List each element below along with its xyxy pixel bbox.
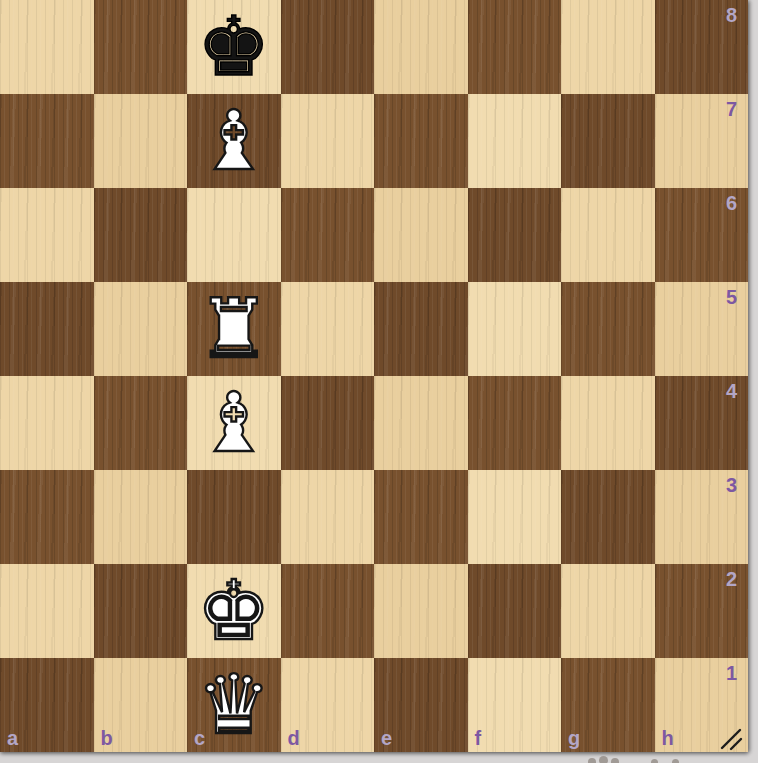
square-d3[interactable] — [281, 470, 375, 564]
piece-white-queen[interactable]: ♛ — [187, 658, 281, 752]
square-f6[interactable] — [468, 188, 562, 282]
square-d2[interactable] — [281, 564, 375, 658]
square-d8[interactable] — [281, 0, 375, 94]
square-c6[interactable] — [187, 188, 281, 282]
file-label-a: a — [7, 728, 18, 748]
rank-label-3: 3 — [726, 475, 737, 495]
file-label-g: g — [568, 728, 580, 748]
square-a5[interactable] — [0, 282, 94, 376]
square-g2[interactable] — [561, 564, 655, 658]
square-d6[interactable] — [281, 188, 375, 282]
board-resize-handle-icon[interactable] — [720, 728, 744, 752]
square-b8[interactable] — [94, 0, 188, 94]
square-f8[interactable] — [468, 0, 562, 94]
square-c8[interactable]: ♚ — [187, 0, 281, 94]
rank-label-5: 5 — [726, 287, 737, 307]
square-g6[interactable] — [561, 188, 655, 282]
square-e1[interactable]: e — [374, 658, 468, 752]
square-f5[interactable] — [468, 282, 562, 376]
piece-white-rook[interactable]: ♜ — [187, 282, 281, 376]
square-g3[interactable] — [561, 470, 655, 564]
square-g4[interactable] — [561, 376, 655, 470]
piece-black-king[interactable]: ♚ — [187, 0, 281, 94]
square-b4[interactable] — [94, 376, 188, 470]
square-e2[interactable] — [374, 564, 468, 658]
rank-label-4: 4 — [726, 381, 737, 401]
square-h6[interactable]: 6 — [655, 188, 749, 282]
chess-board[interactable]: ♚8♝76♜5♝43♚2ab♛cdefgh1 — [0, 0, 748, 752]
square-h4[interactable]: 4 — [655, 376, 749, 470]
rank-label-6: 6 — [726, 193, 737, 213]
cut-off-icon — [588, 758, 596, 763]
square-b5[interactable] — [94, 282, 188, 376]
rank-label-2: 2 — [726, 569, 737, 589]
square-c4[interactable]: ♝ — [187, 376, 281, 470]
square-f1[interactable]: f — [468, 658, 562, 752]
square-a2[interactable] — [0, 564, 94, 658]
square-d4[interactable] — [281, 376, 375, 470]
square-c5[interactable]: ♜ — [187, 282, 281, 376]
cut-off-icon — [599, 756, 608, 763]
square-f4[interactable] — [468, 376, 562, 470]
square-g5[interactable] — [561, 282, 655, 376]
cut-off-icon — [651, 759, 658, 763]
file-label-f: f — [475, 728, 482, 748]
square-e8[interactable] — [374, 0, 468, 94]
square-h7[interactable]: 7 — [655, 94, 749, 188]
square-f7[interactable] — [468, 94, 562, 188]
square-h2[interactable]: 2 — [655, 564, 749, 658]
square-d1[interactable]: d — [281, 658, 375, 752]
square-e5[interactable] — [374, 282, 468, 376]
square-a8[interactable] — [0, 0, 94, 94]
square-e6[interactable] — [374, 188, 468, 282]
square-h8[interactable]: 8 — [655, 0, 749, 94]
square-d7[interactable] — [281, 94, 375, 188]
square-h5[interactable]: 5 — [655, 282, 749, 376]
square-f3[interactable] — [468, 470, 562, 564]
piece-white-king[interactable]: ♚ — [187, 564, 281, 658]
square-g7[interactable] — [561, 94, 655, 188]
square-b7[interactable] — [94, 94, 188, 188]
page: { "game": "chess", "position": { "fen": … — [0, 0, 758, 763]
square-e3[interactable] — [374, 470, 468, 564]
file-label-h: h — [662, 728, 674, 748]
square-b6[interactable] — [94, 188, 188, 282]
square-c7[interactable]: ♝ — [187, 94, 281, 188]
square-c1[interactable]: ♛c — [187, 658, 281, 752]
square-b3[interactable] — [94, 470, 188, 564]
square-h3[interactable]: 3 — [655, 470, 749, 564]
square-a1[interactable]: a — [0, 658, 94, 752]
piece-white-bishop[interactable]: ♝ — [187, 94, 281, 188]
rank-label-1: 1 — [726, 663, 737, 683]
piece-white-bishop[interactable]: ♝ — [187, 376, 281, 470]
square-c2[interactable]: ♚ — [187, 564, 281, 658]
rank-label-7: 7 — [726, 99, 737, 119]
resize-diagonal-lines-icon — [720, 728, 744, 752]
square-e7[interactable] — [374, 94, 468, 188]
file-label-e: e — [381, 728, 392, 748]
square-a3[interactable] — [0, 470, 94, 564]
square-d5[interactable] — [281, 282, 375, 376]
square-a6[interactable] — [0, 188, 94, 282]
cut-off-icon — [672, 759, 679, 763]
square-b1[interactable]: b — [94, 658, 188, 752]
square-b2[interactable] — [94, 564, 188, 658]
square-g8[interactable] — [561, 0, 655, 94]
square-a7[interactable] — [0, 94, 94, 188]
square-c3[interactable] — [187, 470, 281, 564]
rank-label-8: 8 — [726, 5, 737, 25]
file-label-b: b — [101, 728, 113, 748]
cut-off-icon — [611, 758, 619, 763]
square-f2[interactable] — [468, 564, 562, 658]
file-label-d: d — [288, 728, 300, 748]
square-e4[interactable] — [374, 376, 468, 470]
square-a4[interactable] — [0, 376, 94, 470]
square-g1[interactable]: g — [561, 658, 655, 752]
